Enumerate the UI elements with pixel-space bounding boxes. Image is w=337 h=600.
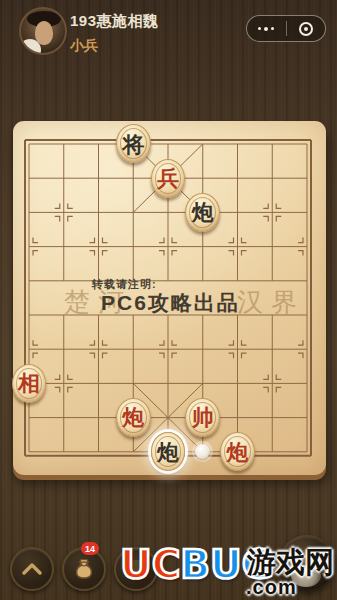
expand-button[interactable] <box>10 547 54 591</box>
piece-red-炮[interactable]: 炮 <box>220 432 255 471</box>
close-button[interactable] <box>287 16 326 41</box>
item-icon <box>131 560 141 578</box>
avatar-collar <box>19 39 41 55</box>
piece-red-炮[interactable]: 炮 <box>116 398 151 437</box>
close-circle-icon <box>299 22 313 36</box>
player-name: 小兵 <box>70 37 159 55</box>
chevron-up-icon <box>21 562 43 576</box>
level-title: 193惠施相魏 <box>70 12 159 31</box>
piece-black-炮[interactable]: 炮 <box>185 193 220 232</box>
more-icon <box>264 27 268 31</box>
player-avatar[interactable] <box>19 7 67 55</box>
piece-black-炮[interactable]: 炮 <box>151 432 186 471</box>
stone-sphere-button[interactable] <box>279 535 335 591</box>
hint-count-badge: 14 <box>81 542 99 555</box>
hint-bag-icon <box>71 556 97 582</box>
app-screen: 193惠施相魏 小兵 楚河 汉界 转载请注明: PC6攻略出品 将兵炮相炮帅 <box>0 0 337 600</box>
miniprogram-capsule <box>246 15 326 42</box>
piece-black-将[interactable]: 将 <box>116 124 151 163</box>
more-icon <box>271 27 274 30</box>
more-icon <box>258 27 261 30</box>
piece-red-相[interactable]: 相 <box>12 364 47 403</box>
more-button[interactable] <box>247 16 286 41</box>
move-target-dot[interactable] <box>195 444 210 459</box>
piece-red-兵[interactable]: 兵 <box>151 159 186 198</box>
title-block: 193惠施相魏 小兵 <box>70 12 159 55</box>
footer-bar: 14 UCBUG 游戏网 .com <box>0 540 337 600</box>
extra-item-button[interactable] <box>114 547 158 591</box>
pieces-grid: 将兵炮相炮帅炮炮 <box>12 127 325 469</box>
header-bar: 193惠施相魏 小兵 <box>0 0 337 62</box>
piece-red-帅[interactable]: 帅 <box>185 398 220 437</box>
